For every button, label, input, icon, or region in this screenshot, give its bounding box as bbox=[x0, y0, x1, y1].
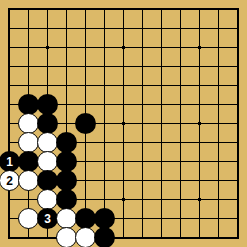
board-intersection[interactable] bbox=[0, 114, 19, 133]
board-intersection[interactable] bbox=[57, 95, 76, 114]
board-intersection[interactable] bbox=[190, 228, 209, 247]
black-stone bbox=[18, 94, 39, 115]
board-intersection[interactable] bbox=[171, 171, 190, 190]
board-intersection[interactable] bbox=[171, 0, 190, 19]
board-intersection[interactable] bbox=[19, 0, 38, 19]
board-intersection[interactable] bbox=[114, 19, 133, 38]
board-intersection[interactable] bbox=[95, 190, 114, 209]
board-intersection[interactable] bbox=[171, 209, 190, 228]
board-intersection[interactable] bbox=[171, 76, 190, 95]
board-intersection[interactable] bbox=[209, 57, 228, 76]
board-intersection[interactable] bbox=[38, 114, 57, 133]
board-intersection[interactable] bbox=[19, 19, 38, 38]
star-point bbox=[122, 122, 125, 125]
star-point bbox=[122, 198, 125, 201]
board-intersection[interactable] bbox=[209, 38, 228, 57]
board-intersection[interactable] bbox=[228, 228, 247, 247]
board-intersection[interactable] bbox=[133, 190, 152, 209]
board-intersection[interactable] bbox=[209, 228, 228, 247]
black-stone bbox=[94, 227, 115, 247]
white-stone bbox=[37, 151, 58, 172]
black-stone bbox=[37, 94, 58, 115]
board-intersection[interactable] bbox=[209, 0, 228, 19]
board-intersection[interactable] bbox=[133, 76, 152, 95]
star-point bbox=[198, 122, 201, 125]
white-stone bbox=[18, 170, 39, 191]
board-intersection[interactable] bbox=[228, 190, 247, 209]
board-intersection[interactable] bbox=[57, 0, 76, 19]
board-intersection[interactable] bbox=[19, 57, 38, 76]
board-intersection[interactable] bbox=[95, 152, 114, 171]
board-intersection[interactable] bbox=[209, 209, 228, 228]
board-intersection[interactable] bbox=[76, 152, 95, 171]
board-intersection[interactable] bbox=[152, 76, 171, 95]
board-intersection[interactable] bbox=[152, 19, 171, 38]
board-intersection[interactable] bbox=[133, 95, 152, 114]
board-intersection[interactable] bbox=[171, 228, 190, 247]
board-intersection[interactable] bbox=[0, 0, 19, 19]
white-stone bbox=[18, 113, 39, 134]
board-intersection[interactable] bbox=[38, 171, 57, 190]
board-intersection[interactable] bbox=[133, 19, 152, 38]
board-intersection[interactable] bbox=[114, 95, 133, 114]
board-intersection[interactable] bbox=[171, 38, 190, 57]
board-intersection[interactable] bbox=[76, 95, 95, 114]
black-stone bbox=[75, 113, 96, 134]
board-intersection[interactable] bbox=[209, 133, 228, 152]
board-intersection[interactable] bbox=[133, 57, 152, 76]
board-intersection[interactable] bbox=[114, 209, 133, 228]
board-intersection[interactable] bbox=[171, 133, 190, 152]
board-intersection[interactable] bbox=[152, 209, 171, 228]
board-intersection[interactable] bbox=[38, 133, 57, 152]
board-intersection[interactable] bbox=[38, 0, 57, 19]
board-intersection[interactable] bbox=[152, 152, 171, 171]
board-intersection[interactable] bbox=[152, 190, 171, 209]
white-stone bbox=[56, 227, 77, 247]
board-intersection[interactable] bbox=[19, 190, 38, 209]
white-stone bbox=[18, 132, 39, 153]
board-intersection[interactable]: 2 bbox=[0, 171, 19, 190]
board-intersection[interactable] bbox=[57, 38, 76, 57]
board-intersection[interactable] bbox=[133, 0, 152, 19]
board-intersection[interactable] bbox=[133, 38, 152, 57]
board-intersection[interactable] bbox=[209, 171, 228, 190]
board-intersection[interactable] bbox=[190, 19, 209, 38]
board-intersection[interactable] bbox=[38, 95, 57, 114]
board-intersection[interactable] bbox=[190, 190, 209, 209]
board-intersection[interactable] bbox=[76, 190, 95, 209]
board-intersection[interactable] bbox=[152, 114, 171, 133]
board-intersection[interactable] bbox=[228, 171, 247, 190]
board-intersection[interactable] bbox=[190, 38, 209, 57]
board-intersection[interactable] bbox=[228, 19, 247, 38]
board-intersection[interactable] bbox=[95, 209, 114, 228]
board-intersection[interactable] bbox=[152, 0, 171, 19]
white-stone bbox=[75, 227, 96, 247]
go-board-diagram: 123 bbox=[0, 0, 247, 247]
board-intersection[interactable] bbox=[0, 95, 19, 114]
star-point bbox=[198, 198, 201, 201]
board-intersection[interactable] bbox=[114, 0, 133, 19]
board-intersection[interactable] bbox=[38, 19, 57, 38]
black-stone bbox=[56, 151, 77, 172]
board-intersection[interactable] bbox=[209, 152, 228, 171]
board-intersection[interactable] bbox=[190, 95, 209, 114]
black-stone bbox=[75, 208, 96, 229]
board-intersection[interactable] bbox=[190, 0, 209, 19]
board-intersection[interactable] bbox=[190, 133, 209, 152]
board-intersection[interactable] bbox=[0, 190, 19, 209]
board-intersection[interactable] bbox=[209, 19, 228, 38]
board-intersection[interactable] bbox=[95, 0, 114, 19]
board-intersection[interactable] bbox=[228, 209, 247, 228]
board-intersection[interactable] bbox=[190, 209, 209, 228]
board-intersection[interactable] bbox=[57, 209, 76, 228]
board-intersection[interactable] bbox=[0, 57, 19, 76]
board-intersection[interactable] bbox=[76, 209, 95, 228]
board-intersection[interactable] bbox=[209, 76, 228, 95]
board-intersection[interactable] bbox=[190, 114, 209, 133]
board-intersection[interactable] bbox=[19, 171, 38, 190]
board-intersection[interactable] bbox=[228, 114, 247, 133]
star-point bbox=[46, 46, 49, 49]
board-intersection[interactable] bbox=[114, 114, 133, 133]
board-intersection[interactable] bbox=[171, 19, 190, 38]
board-intersection[interactable] bbox=[57, 133, 76, 152]
board-intersection[interactable]: 1 bbox=[0, 152, 19, 171]
board-intersection[interactable] bbox=[95, 114, 114, 133]
board-intersection[interactable] bbox=[57, 152, 76, 171]
board-intersection[interactable] bbox=[38, 152, 57, 171]
board-intersection[interactable] bbox=[57, 76, 76, 95]
board-intersection[interactable] bbox=[133, 228, 152, 247]
board-intersection[interactable] bbox=[114, 171, 133, 190]
board-intersection[interactable] bbox=[95, 133, 114, 152]
board-intersection[interactable] bbox=[76, 114, 95, 133]
board-intersection[interactable] bbox=[114, 228, 133, 247]
board-intersection[interactable] bbox=[0, 209, 19, 228]
board-intersection[interactable] bbox=[19, 76, 38, 95]
board-intersection[interactable] bbox=[76, 19, 95, 38]
board-intersection[interactable] bbox=[228, 76, 247, 95]
board-intersection[interactable] bbox=[19, 133, 38, 152]
board-intersection[interactable] bbox=[133, 114, 152, 133]
move-label: 3 bbox=[44, 213, 51, 225]
board-intersection[interactable] bbox=[209, 190, 228, 209]
white-stone bbox=[18, 208, 39, 229]
board-intersection[interactable] bbox=[38, 190, 57, 209]
board-intersection[interactable] bbox=[171, 114, 190, 133]
board-intersection[interactable] bbox=[190, 76, 209, 95]
board-intersection[interactable] bbox=[76, 133, 95, 152]
black-stone bbox=[56, 189, 77, 210]
board-intersection[interactable] bbox=[76, 228, 95, 247]
board-intersection[interactable] bbox=[95, 228, 114, 247]
board-intersection[interactable] bbox=[57, 57, 76, 76]
white-stone: 2 bbox=[0, 170, 20, 191]
board-intersection[interactable] bbox=[228, 0, 247, 19]
board-intersection[interactable]: 3 bbox=[38, 209, 57, 228]
board-intersection[interactable] bbox=[95, 76, 114, 95]
board-intersection[interactable] bbox=[95, 19, 114, 38]
board-intersection[interactable] bbox=[228, 95, 247, 114]
board-intersection[interactable] bbox=[228, 38, 247, 57]
black-stone bbox=[37, 113, 58, 134]
black-stone bbox=[18, 151, 39, 172]
white-stone bbox=[56, 208, 77, 229]
board-intersection[interactable] bbox=[114, 133, 133, 152]
board-intersection[interactable] bbox=[152, 133, 171, 152]
board-intersection[interactable] bbox=[95, 95, 114, 114]
board-intersection[interactable] bbox=[152, 38, 171, 57]
board-intersection[interactable] bbox=[133, 209, 152, 228]
board-intersection[interactable] bbox=[38, 57, 57, 76]
board-intersection[interactable] bbox=[76, 0, 95, 19]
board-intersection[interactable] bbox=[133, 133, 152, 152]
board-intersection[interactable] bbox=[114, 38, 133, 57]
board-intersection[interactable] bbox=[57, 171, 76, 190]
board-intersection[interactable] bbox=[57, 114, 76, 133]
board-intersection[interactable] bbox=[76, 171, 95, 190]
board-intersection[interactable] bbox=[114, 57, 133, 76]
board-intersection[interactable] bbox=[190, 57, 209, 76]
board-intersection[interactable] bbox=[76, 38, 95, 57]
board-intersection[interactable] bbox=[228, 57, 247, 76]
white-stone bbox=[37, 132, 58, 153]
board-intersection[interactable] bbox=[171, 190, 190, 209]
board-intersection[interactable] bbox=[38, 228, 57, 247]
board-intersection[interactable] bbox=[57, 19, 76, 38]
board-intersection[interactable] bbox=[38, 38, 57, 57]
board-intersection[interactable] bbox=[0, 76, 19, 95]
board-intersection[interactable] bbox=[114, 190, 133, 209]
board-intersection[interactable] bbox=[152, 95, 171, 114]
board-intersection[interactable] bbox=[38, 76, 57, 95]
board-intersection[interactable] bbox=[171, 152, 190, 171]
board-intersection[interactable] bbox=[114, 76, 133, 95]
move-label: 2 bbox=[6, 175, 13, 187]
board-intersection[interactable] bbox=[19, 38, 38, 57]
board-intersection[interactable] bbox=[152, 228, 171, 247]
black-stone bbox=[56, 170, 77, 191]
board-intersection[interactable] bbox=[0, 228, 19, 247]
board-intersection[interactable] bbox=[152, 171, 171, 190]
board-intersection[interactable] bbox=[95, 38, 114, 57]
board-intersection[interactable] bbox=[171, 57, 190, 76]
board-intersection[interactable] bbox=[190, 171, 209, 190]
board-intersection[interactable] bbox=[114, 152, 133, 171]
board-intersection[interactable] bbox=[19, 228, 38, 247]
board-intersection[interactable] bbox=[228, 152, 247, 171]
board-intersection[interactable] bbox=[95, 171, 114, 190]
board-intersection[interactable] bbox=[19, 114, 38, 133]
move-label: 1 bbox=[6, 156, 13, 168]
black-stone bbox=[94, 208, 115, 229]
board-intersection[interactable] bbox=[209, 114, 228, 133]
board-intersection[interactable] bbox=[19, 209, 38, 228]
board-intersection[interactable] bbox=[190, 152, 209, 171]
board-intersection[interactable] bbox=[133, 171, 152, 190]
board-intersection[interactable] bbox=[152, 57, 171, 76]
black-stone bbox=[56, 132, 77, 153]
board-intersection[interactable] bbox=[76, 76, 95, 95]
board-intersection[interactable] bbox=[19, 95, 38, 114]
board-intersection[interactable] bbox=[0, 19, 19, 38]
white-stone bbox=[37, 189, 58, 210]
board-intersection[interactable] bbox=[133, 152, 152, 171]
board-intersection[interactable] bbox=[19, 152, 38, 171]
board-intersection[interactable] bbox=[171, 95, 190, 114]
black-stone: 1 bbox=[0, 151, 20, 172]
board-intersection[interactable] bbox=[0, 38, 19, 57]
go-board: 123 bbox=[0, 0, 247, 247]
board-intersection[interactable] bbox=[95, 57, 114, 76]
star-point bbox=[122, 46, 125, 49]
board-intersection[interactable] bbox=[0, 133, 19, 152]
board-intersection[interactable] bbox=[76, 57, 95, 76]
black-stone bbox=[37, 170, 58, 191]
board-intersection[interactable] bbox=[228, 133, 247, 152]
board-intersection[interactable] bbox=[57, 228, 76, 247]
star-point bbox=[198, 46, 201, 49]
black-stone: 3 bbox=[37, 208, 58, 229]
board-intersection[interactable] bbox=[209, 95, 228, 114]
board-intersection[interactable] bbox=[57, 190, 76, 209]
